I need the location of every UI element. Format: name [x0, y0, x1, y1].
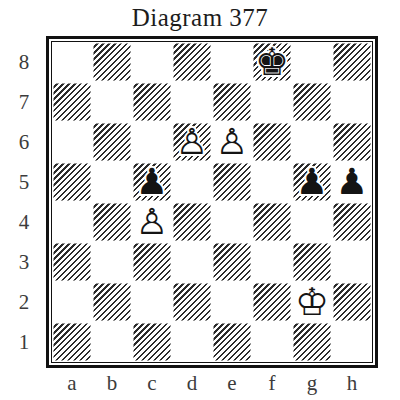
square-b5	[92, 162, 132, 202]
file-label-g: g	[292, 370, 332, 396]
square-d7	[172, 82, 212, 122]
piece-black-king-f8: ♚♚	[252, 42, 292, 82]
rank-label-1: 1	[10, 322, 38, 362]
square-f5	[252, 162, 292, 202]
square-c3	[132, 242, 172, 282]
rank-label-4: 4	[10, 202, 38, 242]
square-a2	[52, 282, 92, 322]
square-b4	[92, 202, 132, 242]
square-g7	[292, 82, 332, 122]
square-e1	[212, 322, 252, 362]
piece-white-pawn-d6: ♟♙	[172, 122, 212, 162]
piece-glyph: ♟	[336, 164, 368, 200]
square-g3	[292, 242, 332, 282]
file-label-b: b	[92, 370, 132, 396]
square-a4	[52, 202, 92, 242]
square-c8	[132, 42, 172, 82]
square-f6	[252, 122, 292, 162]
file-label-h: h	[332, 370, 372, 396]
square-a1	[52, 322, 92, 362]
square-d2	[172, 282, 212, 322]
piece-glyph: ♙	[136, 204, 168, 240]
piece-white-king-g2: ♚♔	[292, 282, 332, 322]
square-c6	[132, 122, 172, 162]
square-h3	[332, 242, 372, 282]
square-b1	[92, 322, 132, 362]
square-f7	[252, 82, 292, 122]
rank-labels: 87654321	[10, 42, 38, 362]
piece-black-pawn-g5: ♟♟	[292, 162, 332, 202]
square-b2	[92, 282, 132, 322]
square-a7	[52, 82, 92, 122]
rank-label-3: 3	[10, 242, 38, 282]
square-e2	[212, 282, 252, 322]
square-h4	[332, 202, 372, 242]
square-b7	[92, 82, 132, 122]
square-e8	[212, 42, 252, 82]
square-f8: ♚♚	[252, 42, 292, 82]
square-g8	[292, 42, 332, 82]
square-h2	[332, 282, 372, 322]
square-g5: ♟♟	[292, 162, 332, 202]
square-c4: ♟♙	[132, 202, 172, 242]
square-b3	[92, 242, 132, 282]
diagram-title: Diagram 377	[0, 4, 400, 32]
piece-glyph: ♟	[296, 164, 328, 200]
square-d5	[172, 162, 212, 202]
square-c7	[132, 82, 172, 122]
square-g2: ♚♔	[292, 282, 332, 322]
square-a3	[52, 242, 92, 282]
square-e7	[212, 82, 252, 122]
square-b8	[92, 42, 132, 82]
square-g4	[292, 202, 332, 242]
file-label-d: d	[172, 370, 212, 396]
square-d1	[172, 322, 212, 362]
square-d3	[172, 242, 212, 282]
rank-label-5: 5	[10, 162, 38, 202]
square-h8	[332, 42, 372, 82]
file-label-a: a	[52, 370, 92, 396]
rank-label-6: 6	[10, 122, 38, 162]
square-a6	[52, 122, 92, 162]
square-e4	[212, 202, 252, 242]
square-h5: ♟♟	[332, 162, 372, 202]
square-f3	[252, 242, 292, 282]
square-c2	[132, 282, 172, 322]
square-g1	[292, 322, 332, 362]
square-d8	[172, 42, 212, 82]
square-d6: ♟♙	[172, 122, 212, 162]
rank-label-8: 8	[10, 42, 38, 82]
file-label-e: e	[212, 370, 252, 396]
file-label-f: f	[252, 370, 292, 396]
square-g6	[292, 122, 332, 162]
piece-glyph: ♚	[255, 43, 289, 81]
piece-glyph: ♟	[136, 164, 168, 200]
rank-label-2: 2	[10, 282, 38, 322]
rank-label-7: 7	[10, 82, 38, 122]
square-c1	[132, 322, 172, 362]
square-d4	[172, 202, 212, 242]
square-h6	[332, 122, 372, 162]
square-h7	[332, 82, 372, 122]
piece-glyph: ♙	[176, 124, 208, 160]
piece-white-pawn-e6: ♟♙	[212, 122, 252, 162]
square-c5: ♟♟	[132, 162, 172, 202]
square-h1	[332, 322, 372, 362]
piece-glyph: ♙	[216, 124, 248, 160]
square-b6	[92, 122, 132, 162]
piece-white-pawn-c4: ♟♙	[132, 202, 172, 242]
file-labels: abcdefgh	[52, 370, 372, 396]
square-f1	[252, 322, 292, 362]
piece-glyph: ♔	[295, 283, 329, 321]
file-label-c: c	[132, 370, 172, 396]
square-a5	[52, 162, 92, 202]
square-e6: ♟♙	[212, 122, 252, 162]
square-f4	[252, 202, 292, 242]
chess-board: ♚♚♟♙♟♙♟♟♟♟♟♟♟♙♚♔	[52, 42, 372, 362]
board-inner-border: ♚♚♟♙♟♙♟♟♟♟♟♟♟♙♚♔	[51, 41, 373, 363]
piece-black-pawn-h5: ♟♟	[332, 162, 372, 202]
square-e5	[212, 162, 252, 202]
square-e3	[212, 242, 252, 282]
square-a8	[52, 42, 92, 82]
square-f2	[252, 282, 292, 322]
piece-black-pawn-c5: ♟♟	[132, 162, 172, 202]
board-frame: ♚♚♟♙♟♙♟♟♟♟♟♟♟♙♚♔	[46, 36, 378, 368]
